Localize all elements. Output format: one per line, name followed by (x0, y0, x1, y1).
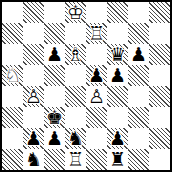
square-e5[interactable]: ♟♟ (86, 65, 107, 86)
square-h5[interactable] (149, 65, 170, 86)
white-knight: ♘ (2, 65, 23, 86)
white-rook: ♖ (65, 149, 86, 170)
square-h2[interactable] (149, 128, 170, 149)
square-f7[interactable] (107, 23, 128, 44)
white-bishop: ♗ (65, 44, 86, 65)
square-h6[interactable] (149, 44, 170, 65)
square-c2[interactable]: ♟♟ (44, 128, 65, 149)
square-e7[interactable]: ♜♖ (86, 23, 107, 44)
square-g6[interactable]: ♟♟ (128, 44, 149, 65)
square-d1[interactable]: ♜♖ (65, 149, 86, 170)
piece-halo: ♚ (65, 2, 86, 23)
square-b7[interactable] (23, 23, 44, 44)
piece-halo: ♞ (23, 149, 44, 170)
square-g7[interactable] (128, 23, 149, 44)
square-e2[interactable] (86, 128, 107, 149)
square-d4[interactable] (65, 86, 86, 107)
square-d6[interactable]: ♝♗ (65, 44, 86, 65)
square-h1[interactable] (149, 149, 170, 170)
square-b5[interactable] (23, 65, 44, 86)
square-a5[interactable]: ♞♘ (2, 65, 23, 86)
square-a1[interactable] (2, 149, 23, 170)
square-h7[interactable] (149, 23, 170, 44)
square-f5[interactable]: ♟♟ (107, 65, 128, 86)
square-c7[interactable] (44, 23, 65, 44)
square-g4[interactable] (128, 86, 149, 107)
white-rook: ♖ (86, 23, 107, 44)
square-a3[interactable] (2, 107, 23, 128)
piece-halo: ♟ (44, 44, 65, 65)
square-g3[interactable] (128, 107, 149, 128)
square-d8[interactable]: ♚♔ (65, 2, 86, 23)
square-f4[interactable] (107, 86, 128, 107)
black-king: ♚ (44, 107, 65, 128)
black-knight: ♞ (65, 128, 86, 149)
square-a8[interactable] (2, 2, 23, 23)
square-d7[interactable] (65, 23, 86, 44)
square-a7[interactable] (2, 23, 23, 44)
square-a2[interactable] (2, 128, 23, 149)
chess-diagram: ♚♔♜♖♟♟♝♗♛♛♟♟♞♘♟♟♟♟♟♙♟♙♚♚♟♟♟♟♞♞♟♟♞♞♜♖♜♜ (0, 0, 172, 172)
square-d2[interactable]: ♞♞ (65, 128, 86, 149)
square-b8[interactable] (23, 2, 44, 23)
square-c4[interactable] (44, 86, 65, 107)
square-f2[interactable]: ♟♟ (107, 128, 128, 149)
square-g8[interactable] (128, 2, 149, 23)
square-e8[interactable] (86, 2, 107, 23)
piece-halo: ♝ (65, 44, 86, 65)
square-h3[interactable] (149, 107, 170, 128)
square-f8[interactable] (107, 2, 128, 23)
square-b2[interactable]: ♟♟ (23, 128, 44, 149)
black-pawn: ♟ (128, 44, 149, 65)
piece-halo: ♞ (65, 128, 86, 149)
square-e3[interactable] (86, 107, 107, 128)
piece-halo: ♟ (23, 128, 44, 149)
square-c1[interactable] (44, 149, 65, 170)
square-b1[interactable]: ♞♞ (23, 149, 44, 170)
black-pawn: ♟ (23, 128, 44, 149)
white-pawn: ♙ (23, 86, 44, 107)
piece-halo: ♞ (2, 65, 23, 86)
square-a6[interactable] (2, 44, 23, 65)
square-f1[interactable]: ♜♜ (107, 149, 128, 170)
black-pawn: ♟ (44, 128, 65, 149)
piece-halo: ♟ (23, 86, 44, 107)
black-pawn: ♟ (107, 65, 128, 86)
chess-board: ♚♔♜♖♟♟♝♗♛♛♟♟♞♘♟♟♟♟♟♙♟♙♚♚♟♟♟♟♞♞♟♟♞♞♜♖♜♜ (0, 0, 172, 172)
black-rook: ♜ (107, 149, 128, 170)
square-d3[interactable] (65, 107, 86, 128)
square-b6[interactable] (23, 44, 44, 65)
square-c5[interactable] (44, 65, 65, 86)
square-f6[interactable]: ♛♛ (107, 44, 128, 65)
square-c3[interactable]: ♚♚ (44, 107, 65, 128)
square-h8[interactable] (149, 2, 170, 23)
piece-halo: ♜ (107, 149, 128, 170)
piece-halo: ♛ (107, 44, 128, 65)
piece-halo: ♟ (107, 128, 128, 149)
square-g5[interactable] (128, 65, 149, 86)
piece-halo: ♟ (86, 65, 107, 86)
black-pawn: ♟ (44, 44, 65, 65)
square-b4[interactable]: ♟♙ (23, 86, 44, 107)
square-g2[interactable] (128, 128, 149, 149)
square-c6[interactable]: ♟♟ (44, 44, 65, 65)
piece-halo: ♟ (128, 44, 149, 65)
black-pawn: ♟ (107, 128, 128, 149)
square-b3[interactable] (23, 107, 44, 128)
white-king: ♔ (65, 2, 86, 23)
black-pawn: ♟ (86, 65, 107, 86)
square-d5[interactable] (65, 65, 86, 86)
piece-halo: ♜ (65, 149, 86, 170)
piece-halo: ♚ (44, 107, 65, 128)
square-g1[interactable] (128, 149, 149, 170)
square-f3[interactable] (107, 107, 128, 128)
square-e1[interactable] (86, 149, 107, 170)
piece-halo: ♟ (86, 86, 107, 107)
black-queen: ♛ (107, 44, 128, 65)
square-a4[interactable] (2, 86, 23, 107)
square-c8[interactable] (44, 2, 65, 23)
square-e4[interactable]: ♟♙ (86, 86, 107, 107)
white-pawn: ♙ (86, 86, 107, 107)
square-e6[interactable] (86, 44, 107, 65)
square-h4[interactable] (149, 86, 170, 107)
black-knight: ♞ (23, 149, 44, 170)
piece-halo: ♟ (107, 65, 128, 86)
piece-halo: ♟ (44, 128, 65, 149)
piece-halo: ♜ (86, 23, 107, 44)
